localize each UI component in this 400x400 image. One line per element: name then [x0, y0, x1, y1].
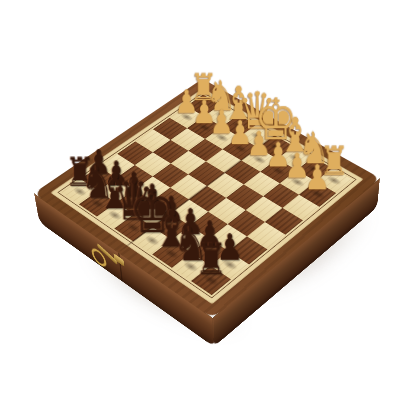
chess-board: ♜♞♝♛♚♝♞♜♟♟♟♟♟♟♟♟♟♟♟♟♟♟♟♟♜♞♝♛♚♝♞♜	[33, 79, 381, 319]
black-rook-h8[interactable]: ♜	[190, 206, 231, 280]
scene: ♜♞♝♛♚♝♞♜♟♟♟♟♟♟♟♟♟♟♟♟♟♟♟♟♜♞♝♛♚♝♞♜	[0, 0, 400, 400]
white-pawn-h2[interactable]: ♟	[299, 125, 337, 194]
product-photo: ♜♞♝♛♚♝♞♜♟♟♟♟♟♟♟♟♟♟♟♟♟♟♟♟♜♞♝♛♚♝♞♜	[0, 0, 400, 400]
